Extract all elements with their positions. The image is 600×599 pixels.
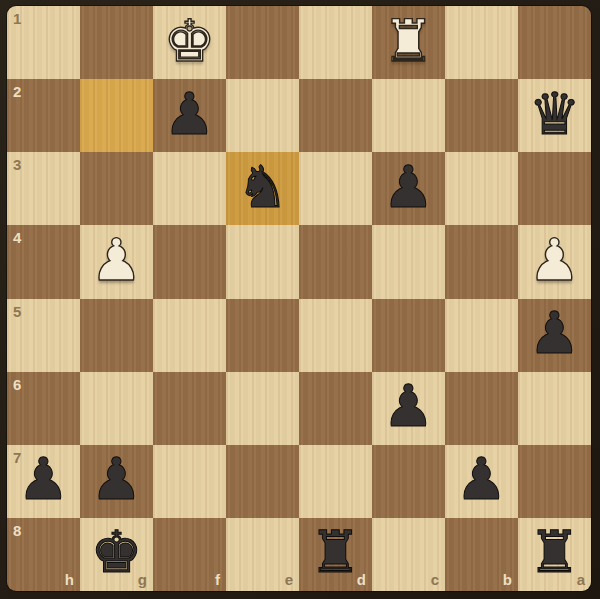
black-pawn-icon[interactable]: ♟ (18, 450, 70, 508)
square-f5[interactable] (153, 299, 226, 372)
square-d1[interactable] (299, 6, 372, 79)
square-g5[interactable] (80, 299, 153, 372)
square-b3[interactable] (445, 152, 518, 225)
black-pawn-icon[interactable]: ♟ (164, 85, 216, 143)
square-c6[interactable]: ♟ (372, 372, 445, 445)
rank-label-2: 2 (13, 83, 21, 100)
rank-label-4: 4 (13, 229, 21, 246)
square-c1[interactable]: ♜ (372, 6, 445, 79)
square-a3[interactable] (518, 152, 591, 225)
square-e5[interactable] (226, 299, 299, 372)
file-label-h: h (65, 571, 74, 588)
square-b6[interactable] (445, 372, 518, 445)
black-king-icon[interactable]: ♚ (91, 523, 143, 581)
black-pawn-icon[interactable]: ♟ (383, 377, 435, 435)
square-b1[interactable] (445, 6, 518, 79)
white-pawn-icon[interactable]: ♟ (91, 231, 143, 289)
square-c7[interactable] (372, 445, 445, 518)
rank-label-8: 8 (13, 522, 21, 539)
file-label-e: e (285, 571, 293, 588)
square-f7[interactable] (153, 445, 226, 518)
file-label-b: b (503, 571, 512, 588)
white-pawn-icon[interactable]: ♟ (529, 231, 581, 289)
square-b5[interactable] (445, 299, 518, 372)
square-c3[interactable]: ♟ (372, 152, 445, 225)
square-d8[interactable]: d♜ (299, 518, 372, 591)
square-e2[interactable] (226, 79, 299, 152)
square-g3[interactable] (80, 152, 153, 225)
square-b2[interactable] (445, 79, 518, 152)
black-pawn-icon[interactable]: ♟ (529, 304, 581, 362)
white-rook-icon[interactable]: ♜ (383, 12, 435, 70)
square-c8[interactable]: c (372, 518, 445, 591)
square-e3[interactable]: ♞ (226, 152, 299, 225)
rank-label-3: 3 (13, 156, 21, 173)
chess-board: 1♚♜2♟♛3♞♟4♟♟5♟6♟7♟♟♟8hg♚fed♜cba♜ (7, 6, 591, 591)
square-e8[interactable]: e (226, 518, 299, 591)
square-d4[interactable] (299, 225, 372, 298)
rank-label-5: 5 (13, 303, 21, 320)
square-c4[interactable] (372, 225, 445, 298)
white-king-icon[interactable]: ♚ (164, 12, 216, 70)
black-knight-icon[interactable]: ♞ (237, 158, 289, 216)
square-g7[interactable]: ♟ (80, 445, 153, 518)
square-g1[interactable] (80, 6, 153, 79)
square-h2[interactable]: 2 (7, 79, 80, 152)
square-h6[interactable]: 6 (7, 372, 80, 445)
black-pawn-icon[interactable]: ♟ (456, 450, 508, 508)
black-pawn-icon[interactable]: ♟ (91, 450, 143, 508)
square-a4[interactable]: ♟ (518, 225, 591, 298)
square-h5[interactable]: 5 (7, 299, 80, 372)
square-g6[interactable] (80, 372, 153, 445)
square-e1[interactable] (226, 6, 299, 79)
square-f4[interactable] (153, 225, 226, 298)
square-a8[interactable]: a♜ (518, 518, 591, 591)
square-a2[interactable]: ♛ (518, 79, 591, 152)
square-h1[interactable]: 1 (7, 6, 80, 79)
square-b7[interactable]: ♟ (445, 445, 518, 518)
square-f6[interactable] (153, 372, 226, 445)
square-g2[interactable] (80, 79, 153, 152)
square-b4[interactable] (445, 225, 518, 298)
square-d6[interactable] (299, 372, 372, 445)
black-rook-icon[interactable]: ♜ (310, 523, 362, 581)
file-label-c: c (431, 571, 439, 588)
rank-label-6: 6 (13, 376, 21, 393)
square-f1[interactable]: ♚ (153, 6, 226, 79)
square-d5[interactable] (299, 299, 372, 372)
rank-label-1: 1 (13, 10, 21, 27)
square-b8[interactable]: b (445, 518, 518, 591)
square-c2[interactable] (372, 79, 445, 152)
board-frame: 1♚♜2♟♛3♞♟4♟♟5♟6♟7♟♟♟8hg♚fed♜cba♜ (0, 0, 600, 599)
square-h3[interactable]: 3 (7, 152, 80, 225)
square-d2[interactable] (299, 79, 372, 152)
square-e4[interactable] (226, 225, 299, 298)
black-queen-icon[interactable]: ♛ (529, 85, 581, 143)
square-h8[interactable]: 8h (7, 518, 80, 591)
square-d7[interactable] (299, 445, 372, 518)
square-a7[interactable] (518, 445, 591, 518)
file-label-f: f (215, 571, 220, 588)
square-c5[interactable] (372, 299, 445, 372)
black-rook-icon[interactable]: ♜ (529, 523, 581, 581)
square-f3[interactable] (153, 152, 226, 225)
square-f2[interactable]: ♟ (153, 79, 226, 152)
square-f8[interactable]: f (153, 518, 226, 591)
square-e7[interactable] (226, 445, 299, 518)
square-e6[interactable] (226, 372, 299, 445)
square-g4[interactable]: ♟ (80, 225, 153, 298)
square-a1[interactable] (518, 6, 591, 79)
square-a6[interactable] (518, 372, 591, 445)
square-g8[interactable]: g♚ (80, 518, 153, 591)
square-h4[interactable]: 4 (7, 225, 80, 298)
square-a5[interactable]: ♟ (518, 299, 591, 372)
black-pawn-icon[interactable]: ♟ (383, 158, 435, 216)
square-d3[interactable] (299, 152, 372, 225)
square-h7[interactable]: 7♟ (7, 445, 80, 518)
